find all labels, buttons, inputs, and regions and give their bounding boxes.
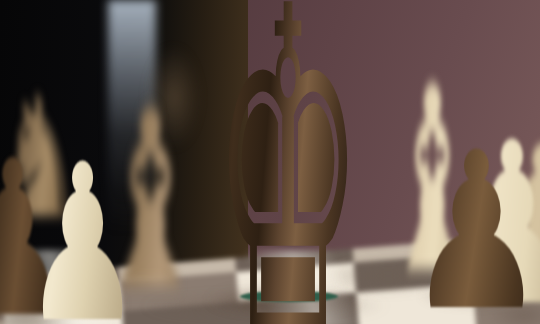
light-streak-wall (108, 0, 156, 245)
board-square-r2c6 (473, 274, 540, 324)
wall-right (222, 0, 540, 268)
chess-photograph: ♞♝♝♟♟♟♟♟♚ (0, 0, 540, 324)
chess-board (0, 221, 540, 324)
wall-glow-blob (146, 45, 200, 150)
panel-left (0, 0, 248, 298)
board-squares-grid (0, 221, 540, 324)
piece-knight-back-left: ♞ (0, 75, 86, 242)
